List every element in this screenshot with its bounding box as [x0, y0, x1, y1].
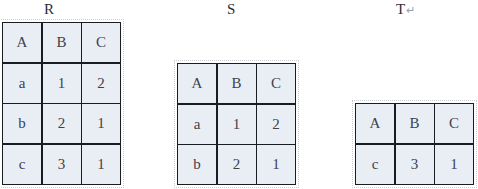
relation-s-table: ABCa12b21 — [177, 63, 296, 185]
document-page: { "game": "relational-algebra-tables", "… — [0, 0, 478, 189]
line-break-mark-icon: ↵ — [406, 4, 415, 16]
table-cell: 1 — [257, 145, 295, 184]
relation-s-label: S — [227, 1, 235, 17]
relation-r-label: R — [44, 1, 54, 17]
table-header-cell: C — [257, 64, 295, 103]
table-cell: 2 — [82, 64, 120, 103]
relation-r-name: R — [44, 1, 54, 17]
relation-s-name: S — [227, 1, 235, 17]
relation-t-table: ABCc31 — [355, 103, 474, 185]
table-header-cell: B — [43, 23, 81, 62]
relation-r-table: ABCa12b21c31 — [2, 22, 121, 185]
table-cell: c — [356, 145, 394, 184]
table-cell: 1 — [218, 105, 256, 144]
table-header-cell: C — [82, 23, 120, 62]
relation-t-label: T↵ — [396, 1, 415, 18]
table-header-cell: C — [435, 104, 473, 143]
table-cell: a — [178, 105, 216, 144]
table-cell: c — [3, 145, 41, 184]
relation-t-name: T — [396, 1, 405, 17]
table-cell: 3 — [43, 145, 81, 184]
table-header-cell: A — [178, 64, 216, 103]
table-cell: a — [3, 64, 41, 103]
table-cell: 1 — [43, 64, 81, 103]
table-cell: 1 — [82, 145, 120, 184]
table-header-cell: B — [396, 104, 434, 143]
table-cell: 1 — [82, 104, 120, 143]
table-cell: 2 — [218, 145, 256, 184]
table-header-cell: A — [3, 23, 41, 62]
table-header-cell: B — [218, 64, 256, 103]
table-cell: 2 — [43, 104, 81, 143]
table-cell: b — [178, 145, 216, 184]
table-cell: b — [3, 104, 41, 143]
table-header-cell: A — [356, 104, 394, 143]
table-cell: 2 — [257, 105, 295, 144]
table-cell: 3 — [396, 145, 434, 184]
table-cell: 1 — [435, 145, 473, 184]
